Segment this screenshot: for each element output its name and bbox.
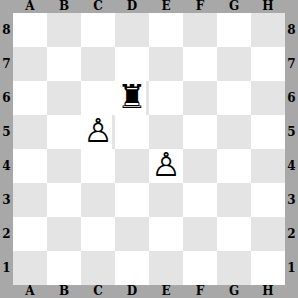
square-e3[interactable]	[149, 183, 183, 217]
file-label-bottom-f: F	[183, 285, 217, 298]
square-f8[interactable]	[183, 13, 217, 47]
square-f4[interactable]	[183, 149, 217, 183]
square-g3[interactable]	[217, 183, 251, 217]
square-g7[interactable]	[217, 47, 251, 81]
file-label-bottom-e: E	[149, 285, 183, 298]
chess-diagram: ABCDEFGH88776♜65♙54♙4332211ABCDEFGH	[0, 0, 298, 298]
square-e7[interactable]	[149, 47, 183, 81]
square-c3[interactable]	[81, 183, 115, 217]
frame-corner-top-left	[0, 0, 13, 13]
file-label-bottom-a: A	[13, 285, 47, 298]
square-h1[interactable]	[251, 251, 285, 285]
rank-label-right-7: 7	[285, 47, 298, 81]
square-a3[interactable]	[13, 183, 47, 217]
square-c2[interactable]	[81, 217, 115, 251]
square-c7[interactable]	[81, 47, 115, 81]
square-h3[interactable]	[251, 183, 285, 217]
rank-label-right-4: 4	[285, 149, 298, 183]
rank-label-right-8: 8	[285, 13, 298, 47]
rank-label-right-1: 1	[285, 251, 298, 285]
square-b7[interactable]	[47, 47, 81, 81]
square-e4[interactable]: ♙	[149, 149, 183, 183]
square-b2[interactable]	[47, 217, 81, 251]
square-h6[interactable]	[251, 81, 285, 115]
file-label-top-d: D	[115, 0, 149, 13]
square-f6[interactable]	[183, 81, 217, 115]
square-d6[interactable]: ♜	[115, 81, 149, 115]
square-g4[interactable]	[217, 149, 251, 183]
square-d5[interactable]	[115, 115, 149, 149]
piece-white-pawn-e4[interactable]: ♙	[151, 148, 181, 182]
square-b3[interactable]	[47, 183, 81, 217]
file-label-bottom-g: G	[217, 285, 251, 298]
square-e5[interactable]	[149, 115, 183, 149]
rank-label-right-6: 6	[285, 81, 298, 115]
file-label-top-e: E	[149, 0, 183, 13]
frame-corner-bottom-right	[285, 285, 298, 298]
square-g1[interactable]	[217, 251, 251, 285]
square-g5[interactable]	[217, 115, 251, 149]
piece-black-rook-d6[interactable]: ♜	[117, 80, 147, 114]
square-e2[interactable]	[149, 217, 183, 251]
rank-label-right-2: 2	[285, 217, 298, 251]
square-a7[interactable]	[13, 47, 47, 81]
square-f3[interactable]	[183, 183, 217, 217]
file-label-top-g: G	[217, 0, 251, 13]
rank-label-right-5: 5	[285, 115, 298, 149]
square-b5[interactable]	[47, 115, 81, 149]
file-label-bottom-b: B	[47, 285, 81, 298]
file-label-bottom-d: D	[115, 285, 149, 298]
square-e8[interactable]	[149, 13, 183, 47]
square-b8[interactable]	[47, 13, 81, 47]
file-label-bottom-h: H	[251, 285, 285, 298]
square-d7[interactable]	[115, 47, 149, 81]
rank-label-left-1: 1	[0, 251, 13, 285]
file-label-top-a: A	[13, 0, 47, 13]
square-a6[interactable]	[13, 81, 47, 115]
rank-label-left-2: 2	[0, 217, 13, 251]
square-h7[interactable]	[251, 47, 285, 81]
square-a5[interactable]	[13, 115, 47, 149]
square-d1[interactable]	[115, 251, 149, 285]
square-d2[interactable]	[115, 217, 149, 251]
rank-label-left-8: 8	[0, 13, 13, 47]
square-h5[interactable]	[251, 115, 285, 149]
square-a2[interactable]	[13, 217, 47, 251]
rank-label-left-4: 4	[0, 149, 13, 183]
square-d8[interactable]	[115, 13, 149, 47]
square-b4[interactable]	[47, 149, 81, 183]
square-f1[interactable]	[183, 251, 217, 285]
square-g6[interactable]	[217, 81, 251, 115]
frame-corner-top-right	[285, 0, 298, 13]
square-c5[interactable]: ♙	[81, 115, 115, 149]
square-g2[interactable]	[217, 217, 251, 251]
square-f2[interactable]	[183, 217, 217, 251]
square-d3[interactable]	[115, 183, 149, 217]
square-h4[interactable]	[251, 149, 285, 183]
file-label-bottom-c: C	[81, 285, 115, 298]
square-d4[interactable]	[115, 149, 149, 183]
file-label-top-c: C	[81, 0, 115, 13]
rank-label-left-5: 5	[0, 115, 13, 149]
rank-label-right-3: 3	[285, 183, 298, 217]
square-a8[interactable]	[13, 13, 47, 47]
rank-label-left-3: 3	[0, 183, 13, 217]
square-b6[interactable]	[47, 81, 81, 115]
square-e6[interactable]	[149, 81, 183, 115]
square-a4[interactable]	[13, 149, 47, 183]
rank-label-left-6: 6	[0, 81, 13, 115]
file-label-top-h: H	[251, 0, 285, 13]
square-f5[interactable]	[183, 115, 217, 149]
square-g8[interactable]	[217, 13, 251, 47]
file-label-top-b: B	[47, 0, 81, 13]
square-c6[interactable]	[81, 81, 115, 115]
square-b1[interactable]	[47, 251, 81, 285]
frame-corner-bottom-left	[0, 285, 13, 298]
square-c1[interactable]	[81, 251, 115, 285]
rank-label-left-7: 7	[0, 47, 13, 81]
square-h2[interactable]	[251, 217, 285, 251]
square-e1[interactable]	[149, 251, 183, 285]
square-f7[interactable]	[183, 47, 217, 81]
square-a1[interactable]	[13, 251, 47, 285]
square-c8[interactable]	[81, 13, 115, 47]
square-h8[interactable]	[251, 13, 285, 47]
piece-white-pawn-c5[interactable]: ♙	[83, 114, 113, 148]
file-label-top-f: F	[183, 0, 217, 13]
square-c4[interactable]	[81, 149, 115, 183]
